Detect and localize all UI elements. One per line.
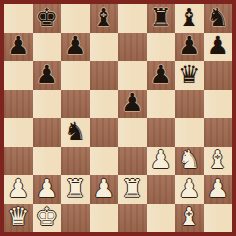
square-d4[interactable]	[90, 118, 119, 147]
white-bishop[interactable]: ♝	[178, 204, 200, 229]
square-h3[interactable]: ♝	[204, 147, 233, 176]
black-bishop[interactable]: ♝	[178, 5, 200, 30]
black-pawn[interactable]: ♟	[7, 33, 29, 58]
square-h7[interactable]: ♟	[204, 33, 233, 62]
square-h5[interactable]	[204, 90, 233, 119]
square-h4[interactable]	[204, 118, 233, 147]
square-d1[interactable]	[90, 204, 119, 233]
square-f3[interactable]: ♟	[147, 147, 176, 176]
white-knight[interactable]: ♞	[178, 147, 200, 172]
chessboard: ♚♝♜♝♞♟♟♟♟♟♟♛♟♞♟♞♝♟♟♜♟♜♟♟♛♚♝	[0, 0, 236, 236]
square-c3[interactable]	[61, 147, 90, 176]
square-f1[interactable]	[147, 204, 176, 233]
square-e8[interactable]	[118, 4, 147, 33]
square-a6[interactable]	[4, 61, 33, 90]
black-king[interactable]: ♚	[36, 5, 58, 30]
square-e1[interactable]	[118, 204, 147, 233]
white-queen[interactable]: ♛	[7, 204, 29, 229]
square-e3[interactable]	[118, 147, 147, 176]
white-rook[interactable]: ♜	[64, 176, 86, 201]
square-e4[interactable]	[118, 118, 147, 147]
black-pawn[interactable]: ♟	[178, 33, 200, 58]
square-a8[interactable]	[4, 4, 33, 33]
square-b8[interactable]: ♚	[33, 4, 62, 33]
square-h2[interactable]: ♟	[204, 175, 233, 204]
black-queen[interactable]: ♛	[178, 62, 200, 87]
square-d7[interactable]	[90, 33, 119, 62]
square-c2[interactable]: ♜	[61, 175, 90, 204]
square-g6[interactable]: ♛	[175, 61, 204, 90]
square-a2[interactable]: ♟	[4, 175, 33, 204]
square-g8[interactable]: ♝	[175, 4, 204, 33]
black-rook[interactable]: ♜	[150, 5, 172, 30]
square-f6[interactable]: ♟	[147, 61, 176, 90]
square-a1[interactable]: ♛	[4, 204, 33, 233]
square-f2[interactable]	[147, 175, 176, 204]
square-e7[interactable]	[118, 33, 147, 62]
square-g4[interactable]	[175, 118, 204, 147]
black-knight[interactable]: ♞	[207, 5, 229, 30]
square-c8[interactable]	[61, 4, 90, 33]
square-g1[interactable]: ♝	[175, 204, 204, 233]
black-pawn[interactable]: ♟	[64, 33, 86, 58]
square-b5[interactable]	[33, 90, 62, 119]
square-d5[interactable]	[90, 90, 119, 119]
square-g2[interactable]: ♟	[175, 175, 204, 204]
white-pawn[interactable]: ♟	[36, 176, 58, 201]
square-b3[interactable]	[33, 147, 62, 176]
square-b1[interactable]: ♚	[33, 204, 62, 233]
square-d3[interactable]	[90, 147, 119, 176]
square-a5[interactable]	[4, 90, 33, 119]
square-b2[interactable]: ♟	[33, 175, 62, 204]
square-c1[interactable]	[61, 204, 90, 233]
white-pawn[interactable]: ♟	[178, 176, 200, 201]
white-pawn[interactable]: ♟	[7, 176, 29, 201]
square-a4[interactable]	[4, 118, 33, 147]
square-g7[interactable]: ♟	[175, 33, 204, 62]
square-b4[interactable]	[33, 118, 62, 147]
white-king[interactable]: ♚	[36, 204, 58, 229]
square-c4[interactable]: ♞	[61, 118, 90, 147]
square-c5[interactable]	[61, 90, 90, 119]
square-d2[interactable]: ♟	[90, 175, 119, 204]
square-e2[interactable]: ♜	[118, 175, 147, 204]
square-g3[interactable]: ♞	[175, 147, 204, 176]
square-h6[interactable]	[204, 61, 233, 90]
white-rook[interactable]: ♜	[121, 176, 143, 201]
black-pawn[interactable]: ♟	[121, 90, 143, 115]
black-bishop[interactable]: ♝	[93, 5, 115, 30]
black-pawn[interactable]: ♟	[207, 33, 229, 58]
square-h1[interactable]	[204, 204, 233, 233]
square-f8[interactable]: ♜	[147, 4, 176, 33]
white-pawn[interactable]: ♟	[207, 176, 229, 201]
square-d6[interactable]	[90, 61, 119, 90]
square-d8[interactable]: ♝	[90, 4, 119, 33]
white-bishop[interactable]: ♝	[207, 147, 229, 172]
white-pawn[interactable]: ♟	[150, 147, 172, 172]
white-pawn[interactable]: ♟	[93, 176, 115, 201]
square-b6[interactable]: ♟	[33, 61, 62, 90]
square-f7[interactable]	[147, 33, 176, 62]
square-f4[interactable]	[147, 118, 176, 147]
square-g5[interactable]	[175, 90, 204, 119]
square-b7[interactable]	[33, 33, 62, 62]
black-knight[interactable]: ♞	[64, 119, 86, 144]
square-a3[interactable]	[4, 147, 33, 176]
square-a7[interactable]: ♟	[4, 33, 33, 62]
square-e6[interactable]	[118, 61, 147, 90]
square-f5[interactable]	[147, 90, 176, 119]
square-c7[interactable]: ♟	[61, 33, 90, 62]
square-e5[interactable]: ♟	[118, 90, 147, 119]
square-c6[interactable]	[61, 61, 90, 90]
black-pawn[interactable]: ♟	[150, 62, 172, 87]
black-pawn[interactable]: ♟	[36, 62, 58, 87]
chess-diagram: ♚♝♜♝♞♟♟♟♟♟♟♛♟♞♟♞♝♟♟♜♟♜♟♟♛♚♝	[0, 0, 236, 236]
square-h8[interactable]: ♞	[204, 4, 233, 33]
